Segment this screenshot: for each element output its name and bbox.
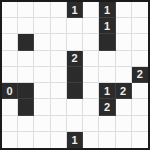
cell-r7c6[interactable] [83, 99, 99, 115]
cell-r5c6[interactable] [83, 67, 99, 83]
cell-r8c6[interactable] [83, 116, 99, 132]
cell-r9c9[interactable] [132, 132, 148, 148]
cell-r5c1[interactable] [2, 67, 18, 83]
cell-r6c4[interactable] [51, 83, 67, 99]
cell-r3c4[interactable] [51, 34, 67, 50]
cell-r4c4[interactable] [51, 51, 67, 67]
cell-r3c5[interactable] [67, 34, 83, 50]
cell-r1c3[interactable] [34, 2, 50, 18]
cell-r7c5[interactable] [67, 99, 83, 115]
cell-r7c3[interactable] [34, 99, 50, 115]
cell-r1c1[interactable] [2, 2, 18, 18]
cell-r4c5[interactable]: 2 [67, 51, 83, 67]
cell-r4c2[interactable] [18, 51, 34, 67]
cell-r1c9[interactable] [132, 2, 148, 18]
cell-r5c3[interactable] [34, 67, 50, 83]
cell-r4c3[interactable] [34, 51, 50, 67]
cell-r6c2[interactable] [18, 83, 34, 99]
cell-r8c3[interactable] [34, 116, 50, 132]
cell-r2c9[interactable] [132, 18, 148, 34]
cell-r8c4[interactable] [51, 116, 67, 132]
cell-r2c8[interactable] [116, 18, 132, 34]
cell-r9c6[interactable] [83, 132, 99, 148]
cell-r4c6[interactable] [83, 51, 99, 67]
cell-r7c8[interactable] [116, 99, 132, 115]
cell-r5c8[interactable] [116, 67, 132, 83]
cell-r9c5[interactable]: 1 [67, 132, 83, 148]
cell-r8c8[interactable] [116, 116, 132, 132]
cell-r2c4[interactable] [51, 18, 67, 34]
cell-r4c7[interactable] [99, 51, 115, 67]
cell-r1c7[interactable]: 1 [99, 2, 115, 18]
cell-r2c3[interactable] [34, 18, 50, 34]
cell-r6c1[interactable]: 0 [2, 83, 18, 99]
cell-r3c6[interactable] [83, 34, 99, 50]
cell-r8c2[interactable] [18, 116, 34, 132]
cell-r7c9[interactable] [132, 99, 148, 115]
cell-r2c7[interactable]: 1 [99, 18, 115, 34]
cell-r6c8[interactable]: 2 [116, 83, 132, 99]
cell-r9c8[interactable] [116, 132, 132, 148]
cell-r8c5[interactable] [67, 116, 83, 132]
cell-r7c2[interactable] [18, 99, 34, 115]
cell-r2c1[interactable] [2, 18, 18, 34]
cell-r4c9[interactable] [132, 51, 148, 67]
cell-r1c4[interactable] [51, 2, 67, 18]
cell-r4c8[interactable] [116, 51, 132, 67]
cell-r3c8[interactable] [116, 34, 132, 50]
puzzle-board: 1112201221 [0, 0, 150, 150]
cell-r3c7[interactable] [99, 34, 115, 50]
cell-r3c9[interactable] [132, 34, 148, 50]
cell-r6c7[interactable]: 1 [99, 83, 115, 99]
cell-r6c6[interactable] [83, 83, 99, 99]
cell-r5c7[interactable] [99, 67, 115, 83]
cell-r4c1[interactable] [2, 51, 18, 67]
cell-r2c6[interactable] [83, 18, 99, 34]
cell-r9c4[interactable] [51, 132, 67, 148]
cell-r3c2[interactable] [18, 34, 34, 50]
cell-r6c5[interactable] [67, 83, 83, 99]
cell-r9c7[interactable] [99, 132, 115, 148]
cell-r2c2[interactable] [18, 18, 34, 34]
cell-r5c9[interactable]: 2 [132, 67, 148, 83]
cell-r6c9[interactable] [132, 83, 148, 99]
cell-r9c2[interactable] [18, 132, 34, 148]
cell-r7c4[interactable] [51, 99, 67, 115]
cell-r1c6[interactable] [83, 2, 99, 18]
cell-r7c7[interactable]: 2 [99, 99, 115, 115]
cell-r9c1[interactable] [2, 132, 18, 148]
cell-r3c1[interactable] [2, 34, 18, 50]
cell-r8c7[interactable] [99, 116, 115, 132]
cell-r8c1[interactable] [2, 116, 18, 132]
cell-r1c8[interactable] [116, 2, 132, 18]
cell-r9c3[interactable] [34, 132, 50, 148]
cell-r5c5[interactable] [67, 67, 83, 83]
cell-r7c1[interactable] [2, 99, 18, 115]
cell-r2c5[interactable] [67, 18, 83, 34]
cell-r1c2[interactable] [18, 2, 34, 18]
cell-r5c2[interactable] [18, 67, 34, 83]
cell-r1c5[interactable]: 1 [67, 2, 83, 18]
cell-r8c9[interactable] [132, 116, 148, 132]
cell-r3c3[interactable] [34, 34, 50, 50]
cell-r5c4[interactable] [51, 67, 67, 83]
cell-r6c3[interactable] [34, 83, 50, 99]
